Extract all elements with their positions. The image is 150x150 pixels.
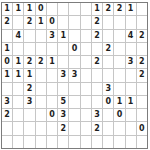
grid-cell-r10c12[interactable] — [126, 122, 136, 134]
clue-cell-r3c12[interactable]: 4 — [126, 30, 136, 42]
grid-cell-r7c11[interactable] — [114, 83, 124, 95]
grid-cell-r10c3[interactable] — [24, 122, 34, 134]
grid-cell-r11c10[interactable] — [103, 136, 113, 148]
grid-cell-r4c5[interactable] — [47, 43, 57, 55]
grid-cell-r4c6[interactable] — [58, 43, 68, 55]
grid-cell-r11c9[interactable] — [92, 136, 102, 148]
clue-cell-r3c2[interactable]: 4 — [13, 30, 23, 42]
grid-cell-r10c5[interactable] — [47, 122, 57, 134]
clue-cell-r1c9[interactable]: 1 — [92, 3, 102, 15]
clue-cell-r5c1[interactable]: 0 — [2, 56, 12, 68]
clue-cell-r4c7[interactable]: 0 — [69, 43, 79, 55]
grid-cell-r10c4[interactable] — [36, 122, 46, 134]
grid-cell-r8c9[interactable] — [92, 96, 102, 108]
clue-cell-r5c2[interactable]: 1 — [13, 56, 23, 68]
grid-cell-r9c4[interactable] — [36, 109, 46, 121]
grid-cell-r2c13[interactable] — [137, 16, 147, 28]
grid-cell-r10c10[interactable] — [103, 122, 113, 134]
clue-cell-r7c3[interactable]: 2 — [24, 83, 34, 95]
grid-cell-r11c13[interactable] — [137, 136, 147, 148]
grid-cell-r2c6[interactable] — [58, 16, 68, 28]
grid-cell-r3c11[interactable] — [114, 30, 124, 42]
clue-cell-r1c12[interactable]: 1 — [126, 3, 136, 15]
clue-cell-r5c3[interactable]: 2 — [24, 56, 34, 68]
grid-cell-r4c4[interactable] — [36, 43, 46, 55]
grid-cell-r7c5[interactable] — [47, 83, 57, 95]
clue-cell-r3c9[interactable]: 2 — [92, 30, 102, 42]
grid-cell-r5c8[interactable] — [81, 56, 91, 68]
grid-cell-r10c7[interactable] — [69, 122, 79, 134]
clue-cell-r1c3[interactable]: 1 — [24, 3, 34, 15]
grid-cell-r8c5[interactable] — [47, 96, 57, 108]
grid-cell-r10c2[interactable] — [13, 122, 23, 134]
grid-cell-r11c6[interactable] — [58, 136, 68, 148]
grid-cell-r6c5[interactable] — [47, 69, 57, 81]
grid-cell-r11c11[interactable] — [114, 136, 124, 148]
clue-cell-r9c1[interactable]: 2 — [2, 109, 12, 121]
clue-cell-r1c11[interactable]: 2 — [114, 3, 124, 15]
clue-cell-r3c5[interactable]: 3 — [47, 30, 57, 42]
grid-cell-r6c12[interactable] — [126, 69, 136, 81]
grid-cell-r5c7[interactable] — [69, 56, 79, 68]
grid-cell-r4c3[interactable] — [24, 43, 34, 55]
grid-cell-r6c4[interactable] — [36, 69, 46, 81]
grid-cell-r8c13[interactable] — [137, 96, 147, 108]
grid-cell-r2c2[interactable] — [13, 16, 23, 28]
grid-cell-r3c1[interactable] — [2, 30, 12, 42]
clue-cell-r9c9[interactable]: 3 — [92, 109, 102, 121]
clue-cell-r6c6[interactable]: 3 — [58, 69, 68, 81]
clue-cell-r2c3[interactable]: 2 — [24, 16, 34, 28]
puzzle-grid: 1110122122102431242102012212321113322333… — [1, 2, 148, 149]
grid-cell-r8c4[interactable] — [36, 96, 46, 108]
clue-cell-r2c5[interactable]: 0 — [47, 16, 57, 28]
grid-cell-r11c2[interactable] — [13, 136, 23, 148]
clue-cell-r9c6[interactable]: 3 — [58, 109, 68, 121]
clue-cell-r10c6[interactable]: 2 — [58, 122, 68, 134]
grid-cell-r9c8[interactable] — [81, 109, 91, 121]
grid-cell-r2c7[interactable] — [69, 16, 79, 28]
clue-cell-r1c10[interactable]: 2 — [103, 3, 113, 15]
grid-cell-r10c8[interactable] — [81, 122, 91, 134]
clue-cell-r3c6[interactable]: 1 — [58, 30, 68, 42]
grid-cell-r7c2[interactable] — [13, 83, 23, 95]
grid-cell-r1c6[interactable] — [58, 3, 68, 15]
clue-cell-r6c13[interactable]: 2 — [137, 69, 147, 81]
clue-cell-r6c3[interactable]: 1 — [24, 69, 34, 81]
grid-cell-r6c10[interactable] — [103, 69, 113, 81]
clue-cell-r1c4[interactable]: 0 — [36, 3, 46, 15]
grid-cell-r5c10[interactable] — [103, 56, 113, 68]
clue-cell-r2c1[interactable]: 2 — [2, 16, 12, 28]
grid-cell-r2c11[interactable] — [114, 16, 124, 28]
clue-cell-r5c12[interactable]: 3 — [126, 56, 136, 68]
grid-cell-r11c4[interactable] — [36, 136, 46, 148]
grid-cell-r11c3[interactable] — [24, 136, 34, 148]
clue-cell-r4c10[interactable]: 2 — [103, 43, 113, 55]
grid-cell-r6c9[interactable] — [92, 69, 102, 81]
grid-cell-r2c8[interactable] — [81, 16, 91, 28]
grid-cell-r3c4[interactable] — [36, 30, 46, 42]
grid-cell-r7c12[interactable] — [126, 83, 136, 95]
clue-cell-r5c13[interactable]: 2 — [137, 56, 147, 68]
grid-cell-r7c6[interactable] — [58, 83, 68, 95]
grid-cell-r4c13[interactable] — [137, 43, 147, 55]
grid-cell-r2c12[interactable] — [126, 16, 136, 28]
grid-cell-r6c8[interactable] — [81, 69, 91, 81]
grid-cell-r7c7[interactable] — [69, 83, 79, 95]
grid-cell-r7c4[interactable] — [36, 83, 46, 95]
clue-cell-r8c11[interactable]: 1 — [114, 96, 124, 108]
grid-cell-r9c3[interactable] — [24, 109, 34, 121]
grid-cell-r11c1[interactable] — [2, 136, 12, 148]
clue-cell-r8c6[interactable]: 5 — [58, 96, 68, 108]
grid-cell-r4c12[interactable] — [126, 43, 136, 55]
grid-cell-r11c12[interactable] — [126, 136, 136, 148]
grid-cell-r2c10[interactable] — [103, 16, 113, 28]
grid-cell-r11c5[interactable] — [47, 136, 57, 148]
clue-cell-r6c7[interactable]: 3 — [69, 69, 79, 81]
grid-cell-r10c11[interactable] — [114, 122, 124, 134]
grid-cell-r5c6[interactable] — [58, 56, 68, 68]
clue-cell-r1c1[interactable]: 1 — [2, 3, 12, 15]
grid-cell-r1c13[interactable] — [137, 3, 147, 15]
grid-cell-r1c7[interactable] — [69, 3, 79, 15]
grid-cell-r8c8[interactable] — [81, 96, 91, 108]
puzzle-page: 1110122122102431242102012212321113322333… — [0, 0, 150, 150]
clue-cell-r5c9[interactable]: 2 — [92, 56, 102, 68]
clue-cell-r8c1[interactable]: 3 — [2, 96, 12, 108]
clue-cell-r9c11[interactable]: 0 — [114, 109, 124, 121]
grid-cell-r4c8[interactable] — [81, 43, 91, 55]
clue-cell-r8c3[interactable]: 3 — [24, 96, 34, 108]
clue-cell-r10c9[interactable]: 2 — [92, 122, 102, 134]
grid-cell-r9c10[interactable] — [103, 109, 113, 121]
grid-cell-r3c3[interactable] — [24, 30, 34, 42]
grid-cell-r6c11[interactable] — [114, 69, 124, 81]
clue-cell-r4c1[interactable]: 1 — [2, 43, 12, 55]
clue-cell-r5c4[interactable]: 2 — [36, 56, 46, 68]
grid-cell-r7c8[interactable] — [81, 83, 91, 95]
grid-cell-r10c1[interactable] — [2, 122, 12, 134]
grid-cell-r4c11[interactable] — [114, 43, 124, 55]
grid-cell-r9c12[interactable] — [126, 109, 136, 121]
grid-cell-r4c2[interactable] — [13, 43, 23, 55]
clue-cell-r8c12[interactable]: 1 — [126, 96, 136, 108]
clue-cell-r10c13[interactable]: 0 — [137, 122, 147, 134]
clue-cell-r8c10[interactable]: 0 — [103, 96, 113, 108]
grid-cell-r3c8[interactable] — [81, 30, 91, 42]
clue-cell-r6c1[interactable]: 1 — [2, 69, 12, 81]
grid-cell-r11c7[interactable] — [69, 136, 79, 148]
grid-cell-r11c8[interactable] — [81, 136, 91, 148]
clue-cell-r1c2[interactable]: 1 — [13, 3, 23, 15]
grid-cell-r3c7[interactable] — [69, 30, 79, 42]
grid-cell-r7c9[interactable] — [92, 83, 102, 95]
grid-cell-r7c1[interactable] — [2, 83, 12, 95]
grid-cell-r7c13[interactable] — [137, 83, 147, 95]
grid-cell-r1c8[interactable] — [81, 3, 91, 15]
clue-cell-r5c5[interactable]: 1 — [47, 56, 57, 68]
grid-cell-r9c7[interactable] — [69, 109, 79, 121]
grid-cell-r4c9[interactable] — [92, 43, 102, 55]
grid-cell-r8c2[interactable] — [13, 96, 23, 108]
clue-cell-r6c2[interactable]: 1 — [13, 69, 23, 81]
clue-cell-r3c13[interactable]: 2 — [137, 30, 147, 42]
grid-cell-r9c2[interactable] — [13, 109, 23, 121]
grid-cell-r3c10[interactable] — [103, 30, 113, 42]
grid-cell-r8c7[interactable] — [69, 96, 79, 108]
grid-cell-r1c5[interactable] — [47, 3, 57, 15]
clue-cell-r9c5[interactable]: 0 — [47, 109, 57, 121]
grid-cell-r5c11[interactable] — [114, 56, 124, 68]
clue-cell-r2c9[interactable]: 2 — [92, 16, 102, 28]
clue-cell-r2c4[interactable]: 1 — [36, 16, 46, 28]
clue-cell-r7c10[interactable]: 3 — [103, 83, 113, 95]
grid-cell-r9c13[interactable] — [137, 109, 147, 121]
